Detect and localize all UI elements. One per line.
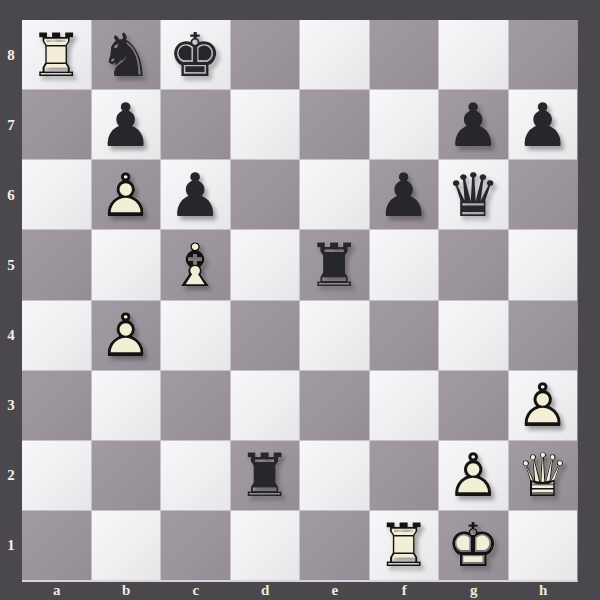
piece-white-pawn[interactable]: ♟♙ — [92, 301, 161, 370]
square-d8[interactable] — [231, 20, 300, 89]
square-d2[interactable]: ♜ — [231, 441, 300, 510]
piece-white-bishop[interactable]: ♝♗ — [161, 230, 230, 299]
square-b2[interactable] — [92, 441, 161, 510]
square-c7[interactable] — [161, 90, 230, 159]
file-labels: abcdefgh — [22, 580, 578, 600]
chess-diagram-frame: 87654321 ♜♖♞♚♟♟♟♟♙♟♟♛♝♗♜♟♙♟♙♜♟♙♛♕♜♖♚♔ ab… — [0, 0, 600, 600]
white-rook-outline: ♖ — [377, 515, 431, 575]
square-e6[interactable] — [300, 160, 369, 229]
black-rook-glyph: ♜ — [238, 445, 292, 505]
white-pawn-outline: ♙ — [99, 305, 153, 365]
black-pawn-glyph: ♟ — [99, 95, 153, 155]
square-h8[interactable] — [509, 20, 578, 89]
square-g5[interactable] — [439, 230, 508, 299]
square-d7[interactable] — [231, 90, 300, 159]
white-bishop-glyph: ♝ — [168, 235, 222, 295]
square-c5[interactable]: ♝♗ — [161, 230, 230, 299]
rank-label-4: 4 — [0, 300, 22, 370]
black-pawn-glyph: ♟ — [377, 165, 431, 225]
file-label-b: b — [92, 580, 162, 600]
square-b8[interactable]: ♞ — [92, 20, 161, 89]
square-f3[interactable] — [370, 371, 439, 440]
square-c2[interactable] — [161, 441, 230, 510]
file-label-e: e — [300, 580, 370, 600]
piece-white-rook[interactable]: ♜♖ — [22, 20, 91, 89]
white-queen-outline: ♕ — [516, 445, 570, 505]
piece-black-knight[interactable]: ♞ — [92, 20, 161, 89]
white-pawn-glyph: ♟ — [516, 375, 570, 435]
rank-label-3: 3 — [0, 370, 22, 440]
black-pawn-glyph: ♟ — [168, 165, 222, 225]
square-c6[interactable]: ♟ — [161, 160, 230, 229]
white-pawn-outline: ♙ — [516, 375, 570, 435]
square-a1[interactable] — [22, 511, 91, 580]
piece-black-rook[interactable]: ♜ — [300, 230, 369, 299]
square-e5[interactable]: ♜ — [300, 230, 369, 299]
white-pawn-glyph: ♟ — [446, 445, 500, 505]
rank-label-7: 7 — [0, 90, 22, 160]
black-pawn-glyph: ♟ — [446, 95, 500, 155]
black-knight-glyph: ♞ — [99, 25, 153, 85]
square-d3[interactable] — [231, 371, 300, 440]
square-e8[interactable] — [300, 20, 369, 89]
piece-white-rook[interactable]: ♜♖ — [370, 511, 439, 580]
square-e1[interactable] — [300, 511, 369, 580]
piece-black-pawn[interactable]: ♟ — [92, 90, 161, 159]
piece-white-pawn[interactable]: ♟♙ — [509, 371, 578, 440]
square-f7[interactable] — [370, 90, 439, 159]
piece-black-king[interactable]: ♚ — [161, 20, 230, 89]
file-label-a: a — [22, 580, 92, 600]
file-label-d: d — [231, 580, 301, 600]
piece-black-queen[interactable]: ♛ — [439, 160, 508, 229]
square-g1[interactable]: ♚♔ — [439, 511, 508, 580]
square-b3[interactable] — [92, 371, 161, 440]
square-g4[interactable] — [439, 301, 508, 370]
square-g7[interactable]: ♟ — [439, 90, 508, 159]
square-c1[interactable] — [161, 511, 230, 580]
square-a8[interactable]: ♜♖ — [22, 20, 91, 89]
square-a2[interactable] — [22, 441, 91, 510]
square-f2[interactable] — [370, 441, 439, 510]
white-pawn-outline: ♙ — [99, 165, 153, 225]
square-b7[interactable]: ♟ — [92, 90, 161, 159]
white-rook-glyph: ♜ — [377, 515, 431, 575]
white-king-glyph: ♚ — [446, 515, 500, 575]
square-f1[interactable]: ♜♖ — [370, 511, 439, 580]
square-a5[interactable] — [22, 230, 91, 299]
piece-black-pawn[interactable]: ♟ — [161, 160, 230, 229]
file-label-g: g — [439, 580, 509, 600]
square-b5[interactable] — [92, 230, 161, 299]
square-d6[interactable] — [231, 160, 300, 229]
piece-black-pawn[interactable]: ♟ — [370, 160, 439, 229]
square-e7[interactable] — [300, 90, 369, 159]
square-h2[interactable]: ♛♕ — [509, 441, 578, 510]
square-e4[interactable] — [300, 301, 369, 370]
square-g2[interactable]: ♟♙ — [439, 441, 508, 510]
black-queen-glyph: ♛ — [446, 165, 500, 225]
black-king-glyph: ♚ — [168, 25, 222, 85]
file-label-f: f — [370, 580, 440, 600]
piece-black-rook[interactable]: ♜ — [231, 441, 300, 510]
white-king-outline: ♔ — [446, 515, 500, 575]
square-f8[interactable] — [370, 20, 439, 89]
piece-white-queen[interactable]: ♛♕ — [509, 441, 578, 510]
square-a3[interactable] — [22, 371, 91, 440]
square-h3[interactable]: ♟♙ — [509, 371, 578, 440]
square-e2[interactable] — [300, 441, 369, 510]
square-g3[interactable] — [439, 371, 508, 440]
white-pawn-outline: ♙ — [446, 445, 500, 505]
square-f4[interactable] — [370, 301, 439, 370]
square-b6[interactable]: ♟♙ — [92, 160, 161, 229]
rank-label-2: 2 — [0, 440, 22, 510]
square-f5[interactable] — [370, 230, 439, 299]
rank-label-1: 1 — [0, 510, 22, 580]
square-g8[interactable] — [439, 20, 508, 89]
rank-label-8: 8 — [0, 20, 22, 90]
rank-label-6: 6 — [0, 160, 22, 230]
square-a6[interactable] — [22, 160, 91, 229]
square-d4[interactable] — [231, 301, 300, 370]
white-pawn-glyph: ♟ — [99, 305, 153, 365]
square-c4[interactable] — [161, 301, 230, 370]
piece-black-pawn[interactable]: ♟ — [439, 90, 508, 159]
white-bishop-outline: ♗ — [168, 235, 222, 295]
file-label-h: h — [509, 580, 579, 600]
square-e3[interactable] — [300, 371, 369, 440]
rank-labels: 87654321 — [0, 20, 22, 580]
white-queen-glyph: ♛ — [516, 445, 570, 505]
white-rook-glyph: ♜ — [29, 25, 83, 85]
square-d5[interactable] — [231, 230, 300, 299]
square-h4[interactable] — [509, 301, 578, 370]
black-rook-glyph: ♜ — [307, 235, 361, 295]
piece-white-pawn[interactable]: ♟♙ — [439, 441, 508, 510]
piece-black-pawn[interactable]: ♟ — [509, 90, 578, 159]
black-pawn-glyph: ♟ — [516, 95, 570, 155]
white-pawn-glyph: ♟ — [99, 165, 153, 225]
square-h5[interactable] — [509, 230, 578, 299]
square-b1[interactable] — [92, 511, 161, 580]
square-c8[interactable]: ♚ — [161, 20, 230, 89]
square-c3[interactable] — [161, 371, 230, 440]
file-label-c: c — [161, 580, 231, 600]
square-h6[interactable] — [509, 160, 578, 229]
square-a7[interactable] — [22, 90, 91, 159]
rank-label-5: 5 — [0, 230, 22, 300]
piece-white-pawn[interactable]: ♟♙ — [92, 160, 161, 229]
square-d1[interactable] — [231, 511, 300, 580]
piece-white-king[interactable]: ♚♔ — [439, 511, 508, 580]
square-f6[interactable]: ♟ — [370, 160, 439, 229]
square-b4[interactable]: ♟♙ — [92, 301, 161, 370]
square-h7[interactable]: ♟ — [509, 90, 578, 159]
square-h1[interactable] — [509, 511, 578, 580]
square-a4[interactable] — [22, 301, 91, 370]
square-g6[interactable]: ♛ — [439, 160, 508, 229]
chess-board: ♜♖♞♚♟♟♟♟♙♟♟♛♝♗♜♟♙♟♙♜♟♙♛♕♜♖♚♔ — [22, 20, 578, 582]
white-rook-outline: ♖ — [29, 25, 83, 85]
